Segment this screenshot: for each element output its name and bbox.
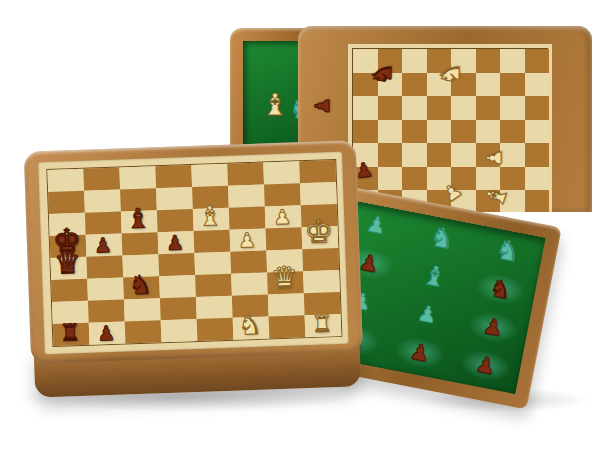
magnetic-piece-wN: ♞ (430, 54, 470, 94)
upright-square (476, 49, 501, 73)
magnetic-piece-bN: ♞ (362, 54, 402, 94)
upright-square (451, 96, 476, 120)
piece-bP-d5: ♟ (156, 214, 193, 253)
magnetic-piece-bP: ♟ (302, 86, 342, 126)
piece-bP-b1: ♟ (87, 304, 124, 343)
piece-wP-f5: ♟ (228, 212, 265, 251)
upright-square (353, 120, 378, 144)
piece-bR-a1: ♜ (51, 306, 88, 345)
foreground-piece-layer: ♝♝♟♚♟♟♟♚♛♞♛♜♟♞♜ (46, 159, 340, 345)
piece-wR-h1: ♜ (303, 297, 340, 336)
product-photo-scene: ♝♝♞♜♟ ♞♞♟♟♟♝♞♟ ♟♞♞♟♝♞♟♟♟♟♟♟ ♝♝♟♚♟♟♟♚♛♞♛♜… (0, 0, 600, 450)
piece-wP-g6: ♟ (263, 188, 300, 227)
upright-square (500, 73, 525, 97)
piece-wK-h5: ♚ (300, 209, 337, 248)
magnetic-piece-wP: ♟ (474, 138, 514, 178)
slot-piece-bP: ♟ (357, 251, 381, 276)
slot-cavity-P: ♟ (365, 212, 389, 237)
upright-square (353, 96, 378, 120)
piece-bP-b5: ♟ (84, 217, 121, 256)
foreground-chess-box: ♝♝♟♚♟♟♟♚♛♞♛♜♟♞♜ (24, 140, 365, 401)
upright-square (378, 120, 403, 144)
piece-bQ-a4: ♛ (49, 240, 86, 279)
slot-piece-bP: ♟ (474, 353, 498, 378)
piece-bN-c3: ♞ (122, 259, 159, 298)
upright-square (500, 96, 525, 120)
slot-piece-bP: ♟ (481, 314, 505, 339)
box-top-face: ♝♝♟♚♟♟♟♚♛♞♛♜♟♞♜ (24, 140, 363, 363)
piece-wB-e6: ♝ (191, 191, 228, 230)
upright-square (476, 73, 501, 97)
foreground-board-border: ♝♝♟♚♟♟♟♚♛♞♛♜♟♞♜ (38, 152, 349, 354)
upright-square (451, 143, 476, 167)
slot-piece-bP: ♟ (408, 340, 432, 365)
upright-square (451, 120, 476, 144)
upright-square (525, 73, 550, 97)
upright-square (402, 73, 427, 97)
upright-square (525, 120, 550, 144)
slot-cavity-N: ♞ (428, 222, 457, 253)
upright-square (525, 49, 550, 73)
upright-square (525, 96, 550, 120)
upright-square (525, 143, 550, 167)
upright-square (402, 143, 427, 167)
piece-wQ-g3: ♛ (266, 254, 303, 293)
upright-square (427, 120, 452, 144)
piece-wN-f1: ♞ (231, 299, 268, 338)
upright-square (427, 96, 452, 120)
upright-square (500, 49, 525, 73)
slot-cavity-P: ♟ (416, 302, 440, 327)
upright-square (402, 120, 427, 144)
slot-cavity-N: ♞ (494, 235, 523, 266)
upright-square (378, 96, 403, 120)
slot-piece-bN: ♞ (488, 275, 514, 303)
upright-square (525, 167, 550, 191)
upright-square (402, 49, 427, 73)
piece-bB-c6: ♝ (119, 193, 156, 232)
upright-square (525, 190, 550, 212)
slot-cavity-B: ♝ (420, 260, 449, 291)
upright-square (427, 143, 452, 167)
upright-square (402, 96, 427, 120)
upright-square (476, 96, 501, 120)
